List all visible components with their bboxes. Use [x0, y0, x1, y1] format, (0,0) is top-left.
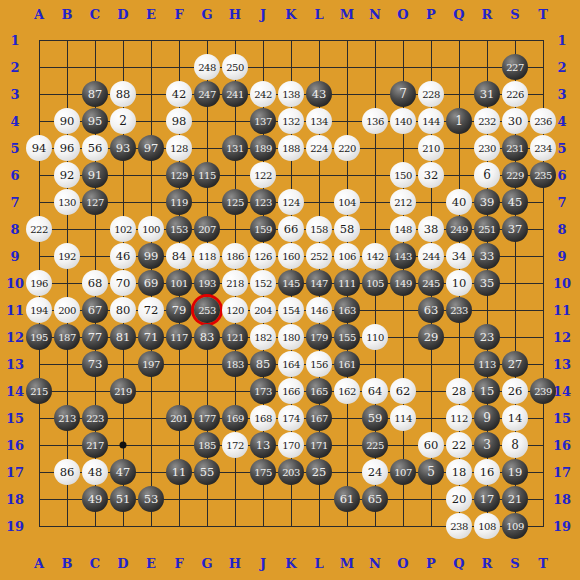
stone-R6[interactable]: 6 [474, 162, 500, 188]
stone-C17[interactable]: 48 [82, 459, 108, 485]
row-label-left-12: 12 [6, 331, 24, 344]
column-label-top-K: K [285, 8, 296, 21]
stone-H7[interactable]: 125 [222, 189, 248, 215]
row-label-right-16: 16 [553, 439, 571, 452]
stone-R16[interactable]: 3 [474, 432, 500, 458]
column-label-top-B: B [62, 8, 73, 21]
stone-T5[interactable]: 234 [530, 135, 556, 161]
stone-L4[interactable]: 134 [306, 108, 332, 134]
stone-B5[interactable]: 96 [54, 135, 80, 161]
column-label-bottom-K: K [285, 557, 296, 570]
stone-C10[interactable]: 68 [82, 270, 108, 296]
stone-D11[interactable]: 80 [110, 297, 136, 323]
stone-S5[interactable]: 231 [502, 135, 528, 161]
stone-T14[interactable]: 239 [530, 378, 556, 404]
stone-R14[interactable]: 15 [474, 378, 500, 404]
stone-N10[interactable]: 105 [362, 270, 388, 296]
stone-K17[interactable]: 203 [278, 459, 304, 485]
stone-L9[interactable]: 252 [306, 243, 332, 269]
stone-Q19[interactable]: 238 [446, 513, 472, 539]
stone-M10[interactable]: 111 [334, 270, 360, 296]
stone-R12[interactable]: 23 [474, 324, 500, 350]
column-label-bottom-P: P [426, 557, 436, 570]
column-label-bottom-M: M [340, 557, 354, 570]
stone-B9[interactable]: 192 [54, 243, 80, 269]
stone-J4[interactable]: 137 [250, 108, 276, 134]
stone-R19[interactable]: 108 [474, 513, 500, 539]
stone-R7[interactable]: 39 [474, 189, 500, 215]
row-label-left-3: 3 [10, 88, 19, 101]
stone-J5[interactable]: 189 [250, 135, 276, 161]
row-label-left-6: 6 [10, 169, 19, 182]
stone-K7[interactable]: 124 [278, 189, 304, 215]
stone-Q16[interactable]: 22 [446, 432, 472, 458]
stone-S19[interactable]: 109 [502, 513, 528, 539]
stone-K13[interactable]: 164 [278, 351, 304, 377]
column-label-top-S: S [510, 8, 519, 21]
stone-C3[interactable]: 87 [82, 81, 108, 107]
stone-J7[interactable]: 123 [250, 189, 276, 215]
stone-S14[interactable]: 26 [502, 378, 528, 404]
stone-S15[interactable]: 14 [502, 405, 528, 431]
stone-L12[interactable]: 179 [306, 324, 332, 350]
stone-L14[interactable]: 165 [306, 378, 332, 404]
stone-K5[interactable]: 188 [278, 135, 304, 161]
row-label-right-7: 7 [557, 196, 566, 209]
stone-P3[interactable]: 228 [418, 81, 444, 107]
stone-R15[interactable]: 9 [474, 405, 500, 431]
row-label-left-19: 19 [6, 520, 24, 533]
stone-H9[interactable]: 186 [222, 243, 248, 269]
column-label-top-P: P [426, 8, 436, 21]
stone-P5[interactable]: 210 [418, 135, 444, 161]
row-label-left-13: 13 [6, 358, 24, 371]
column-label-top-Q: Q [453, 8, 464, 21]
stone-P4[interactable]: 144 [418, 108, 444, 134]
stone-C4[interactable]: 95 [82, 108, 108, 134]
stone-F7[interactable]: 119 [166, 189, 192, 215]
stone-J16[interactable]: 13 [250, 432, 276, 458]
stone-S13[interactable]: 27 [502, 351, 528, 377]
stone-Q4[interactable]: 1 [446, 108, 472, 134]
stone-L5[interactable]: 224 [306, 135, 332, 161]
stone-P12[interactable]: 29 [418, 324, 444, 350]
row-label-right-3: 3 [557, 88, 566, 101]
row-label-right-10: 10 [553, 277, 571, 290]
stone-G16[interactable]: 185 [194, 432, 220, 458]
stone-N4[interactable]: 136 [362, 108, 388, 134]
stone-P9[interactable]: 244 [418, 243, 444, 269]
row-label-right-9: 9 [557, 250, 566, 263]
stone-R13[interactable]: 113 [474, 351, 500, 377]
stone-L16[interactable]: 171 [306, 432, 332, 458]
column-label-bottom-J: J [260, 557, 266, 570]
row-label-left-5: 5 [10, 142, 19, 155]
column-label-top-D: D [117, 8, 128, 21]
stone-N16[interactable]: 225 [362, 432, 388, 458]
stone-S4[interactable]: 30 [502, 108, 528, 134]
row-label-right-4: 4 [557, 115, 566, 128]
column-label-top-A: A [34, 8, 44, 21]
stone-N12[interactable]: 110 [362, 324, 388, 350]
stone-J17[interactable]: 175 [250, 459, 276, 485]
stone-B11[interactable]: 200 [54, 297, 80, 323]
stone-J8[interactable]: 159 [250, 216, 276, 242]
stone-N18[interactable]: 65 [362, 486, 388, 512]
stone-C16[interactable]: 217 [82, 432, 108, 458]
column-label-bottom-A: A [34, 557, 44, 570]
row-label-right-5: 5 [557, 142, 566, 155]
stone-G3[interactable]: 247 [194, 81, 220, 107]
stone-R17[interactable]: 16 [474, 459, 500, 485]
stone-E5[interactable]: 97 [138, 135, 164, 161]
stone-B15[interactable]: 213 [54, 405, 80, 431]
stone-G17[interactable]: 55 [194, 459, 220, 485]
stone-L17[interactable]: 25 [306, 459, 332, 485]
stone-H11[interactable]: 120 [222, 297, 248, 323]
stone-K11[interactable]: 154 [278, 297, 304, 323]
stone-H2[interactable]: 250 [222, 54, 248, 80]
stone-K12[interactable]: 180 [278, 324, 304, 350]
stone-F11[interactable]: 79 [166, 297, 192, 323]
stone-O10[interactable]: 149 [390, 270, 416, 296]
stone-D12[interactable]: 81 [110, 324, 136, 350]
stone-Q11[interactable]: 233 [446, 297, 472, 323]
stone-E12[interactable]: 71 [138, 324, 164, 350]
stone-O6[interactable]: 150 [390, 162, 416, 188]
stone-Q7[interactable]: 40 [446, 189, 472, 215]
stone-O3[interactable]: 7 [390, 81, 416, 107]
stone-F15[interactable]: 201 [166, 405, 192, 431]
stone-J13[interactable]: 85 [250, 351, 276, 377]
row-label-left-10: 10 [6, 277, 24, 290]
stone-G2[interactable]: 248 [194, 54, 220, 80]
stone-C18[interactable]: 49 [82, 486, 108, 512]
stone-D5[interactable]: 93 [110, 135, 136, 161]
row-label-right-1: 1 [557, 34, 566, 47]
stone-K16[interactable]: 170 [278, 432, 304, 458]
stone-B12[interactable]: 187 [54, 324, 80, 350]
stone-D9[interactable]: 46 [110, 243, 136, 269]
row-label-left-4: 4 [10, 115, 19, 128]
stone-J3[interactable]: 242 [250, 81, 276, 107]
stone-E9[interactable]: 99 [138, 243, 164, 269]
stone-F9[interactable]: 84 [166, 243, 192, 269]
stone-E13[interactable]: 197 [138, 351, 164, 377]
stone-F12[interactable]: 117 [166, 324, 192, 350]
row-label-right-12: 12 [553, 331, 571, 344]
column-label-bottom-E: E [146, 557, 156, 570]
stone-Q8[interactable]: 249 [446, 216, 472, 242]
stone-C11[interactable]: 67 [82, 297, 108, 323]
stone-J9[interactable]: 126 [250, 243, 276, 269]
stone-K14[interactable]: 166 [278, 378, 304, 404]
stone-S17[interactable]: 19 [502, 459, 528, 485]
stone-H13[interactable]: 183 [222, 351, 248, 377]
stone-Q17[interactable]: 18 [446, 459, 472, 485]
row-label-right-2: 2 [557, 61, 566, 74]
stone-G10[interactable]: 193 [194, 270, 220, 296]
column-label-bottom-H: H [229, 557, 241, 570]
stone-M14[interactable]: 162 [334, 378, 360, 404]
stone-G6[interactable]: 115 [194, 162, 220, 188]
row-label-left-14: 14 [6, 385, 24, 398]
stone-L8[interactable]: 158 [306, 216, 332, 242]
stone-R4[interactable]: 232 [474, 108, 500, 134]
column-label-top-E: E [146, 8, 156, 21]
row-label-right-18: 18 [553, 493, 571, 506]
stone-F17[interactable]: 11 [166, 459, 192, 485]
stone-C15[interactable]: 223 [82, 405, 108, 431]
stone-A11[interactable]: 194 [26, 297, 52, 323]
stone-E8[interactable]: 100 [138, 216, 164, 242]
row-label-left-1: 1 [10, 34, 19, 47]
stone-R18[interactable]: 17 [474, 486, 500, 512]
stone-R8[interactable]: 251 [474, 216, 500, 242]
column-label-bottom-S: S [510, 557, 519, 570]
stone-F3[interactable]: 42 [166, 81, 192, 107]
stone-D10[interactable]: 70 [110, 270, 136, 296]
stone-B17[interactable]: 86 [54, 459, 80, 485]
stone-M11[interactable]: 163 [334, 297, 360, 323]
star-point-D16 [120, 442, 127, 449]
stone-F6[interactable]: 129 [166, 162, 192, 188]
row-label-left-8: 8 [10, 223, 19, 236]
stone-T6[interactable]: 235 [530, 162, 556, 188]
stone-O7[interactable]: 212 [390, 189, 416, 215]
stone-L3[interactable]: 43 [306, 81, 332, 107]
stone-C7[interactable]: 127 [82, 189, 108, 215]
stone-O8[interactable]: 148 [390, 216, 416, 242]
stone-L15[interactable]: 167 [306, 405, 332, 431]
stone-M5[interactable]: 220 [334, 135, 360, 161]
stone-J10[interactable]: 152 [250, 270, 276, 296]
column-label-bottom-Q: Q [453, 557, 464, 570]
stone-M13[interactable]: 161 [334, 351, 360, 377]
stone-G12[interactable]: 83 [194, 324, 220, 350]
stone-O4[interactable]: 140 [390, 108, 416, 134]
stone-P16[interactable]: 60 [418, 432, 444, 458]
row-label-left-18: 18 [6, 493, 24, 506]
column-label-bottom-N: N [369, 557, 381, 570]
row-label-left-17: 17 [6, 466, 24, 479]
column-label-top-R: R [482, 8, 493, 21]
row-label-left-16: 16 [6, 439, 24, 452]
column-label-top-G: G [201, 8, 212, 21]
row-label-right-19: 19 [553, 520, 571, 533]
stone-J14[interactable]: 173 [250, 378, 276, 404]
stone-D18[interactable]: 51 [110, 486, 136, 512]
column-label-top-F: F [174, 8, 183, 21]
column-label-top-T: T [538, 8, 548, 21]
row-label-right-15: 15 [553, 412, 571, 425]
stone-H10[interactable]: 218 [222, 270, 248, 296]
stone-R10[interactable]: 35 [474, 270, 500, 296]
column-label-bottom-B: B [62, 557, 73, 570]
stone-L10[interactable]: 147 [306, 270, 332, 296]
stone-S3[interactable]: 226 [502, 81, 528, 107]
stone-J15[interactable]: 168 [250, 405, 276, 431]
stone-F8[interactable]: 153 [166, 216, 192, 242]
stone-M18[interactable]: 61 [334, 486, 360, 512]
stone-B4[interactable]: 90 [54, 108, 80, 134]
column-label-top-N: N [369, 8, 381, 21]
column-label-bottom-G: G [201, 557, 212, 570]
row-label-left-7: 7 [10, 196, 19, 209]
stone-M9[interactable]: 106 [334, 243, 360, 269]
stone-S16[interactable]: 8 [502, 432, 528, 458]
stone-P8[interactable]: 38 [418, 216, 444, 242]
stone-J6[interactable]: 122 [250, 162, 276, 188]
stone-A14[interactable]: 215 [26, 378, 52, 404]
stone-D8[interactable]: 102 [110, 216, 136, 242]
stone-S18[interactable]: 21 [502, 486, 528, 512]
stone-K8[interactable]: 66 [278, 216, 304, 242]
row-label-right-11: 11 [553, 304, 571, 317]
column-label-bottom-T: T [538, 557, 548, 570]
row-label-right-17: 17 [553, 466, 571, 479]
column-label-bottom-F: F [174, 557, 183, 570]
stone-S8[interactable]: 37 [502, 216, 528, 242]
stone-A12[interactable]: 195 [26, 324, 52, 350]
column-label-top-M: M [340, 8, 354, 21]
column-label-top-L: L [314, 8, 323, 21]
stone-G15[interactable]: 177 [194, 405, 220, 431]
stone-K15[interactable]: 174 [278, 405, 304, 431]
stone-Q15[interactable]: 112 [446, 405, 472, 431]
stone-G9[interactable]: 118 [194, 243, 220, 269]
stone-Q9[interactable]: 34 [446, 243, 472, 269]
stone-D17[interactable]: 47 [110, 459, 136, 485]
stone-C6[interactable]: 91 [82, 162, 108, 188]
stone-P6[interactable]: 32 [418, 162, 444, 188]
column-label-bottom-C: C [90, 557, 100, 570]
stone-F5[interactable]: 128 [166, 135, 192, 161]
stone-G11-last-move[interactable]: 253 [194, 297, 220, 323]
stone-K10[interactable]: 145 [278, 270, 304, 296]
stone-Q14[interactable]: 28 [446, 378, 472, 404]
stone-E18[interactable]: 53 [138, 486, 164, 512]
stone-L13[interactable]: 156 [306, 351, 332, 377]
stone-D14[interactable]: 219 [110, 378, 136, 404]
stone-A10[interactable]: 196 [26, 270, 52, 296]
stone-F10[interactable]: 101 [166, 270, 192, 296]
column-label-bottom-O: O [397, 557, 408, 570]
stone-C5[interactable]: 56 [82, 135, 108, 161]
stone-H16[interactable]: 172 [222, 432, 248, 458]
stone-O17[interactable]: 107 [390, 459, 416, 485]
stone-A5[interactable]: 94 [26, 135, 52, 161]
stone-P11[interactable]: 63 [418, 297, 444, 323]
stone-A8[interactable]: 222 [26, 216, 52, 242]
column-label-top-C: C [90, 8, 100, 21]
stone-L11[interactable]: 146 [306, 297, 332, 323]
stone-B7[interactable]: 130 [54, 189, 80, 215]
stone-H3[interactable]: 241 [222, 81, 248, 107]
stone-Q18[interactable]: 20 [446, 486, 472, 512]
stone-N14[interactable]: 64 [362, 378, 388, 404]
stone-G8[interactable]: 207 [194, 216, 220, 242]
stone-K9[interactable]: 160 [278, 243, 304, 269]
stone-P17[interactable]: 5 [418, 459, 444, 485]
row-label-right-6: 6 [557, 169, 566, 182]
stone-O15[interactable]: 114 [390, 405, 416, 431]
row-label-left-9: 9 [10, 250, 19, 263]
stone-Q10[interactable]: 10 [446, 270, 472, 296]
stone-H5[interactable]: 131 [222, 135, 248, 161]
stone-R5[interactable]: 230 [474, 135, 500, 161]
stone-N17[interactable]: 24 [362, 459, 388, 485]
stone-R3[interactable]: 31 [474, 81, 500, 107]
row-label-left-11: 11 [6, 304, 24, 317]
stone-O9[interactable]: 143 [390, 243, 416, 269]
column-label-top-O: O [397, 8, 408, 21]
stone-H12[interactable]: 121 [222, 324, 248, 350]
stone-J11[interactable]: 204 [250, 297, 276, 323]
stone-J12[interactable]: 182 [250, 324, 276, 350]
stone-R9[interactable]: 33 [474, 243, 500, 269]
stone-S2[interactable]: 227 [502, 54, 528, 80]
column-label-top-J: J [260, 8, 266, 21]
stone-H15[interactable]: 169 [222, 405, 248, 431]
row-label-left-2: 2 [10, 61, 19, 74]
stone-D4[interactable]: 2 [110, 108, 136, 134]
stone-E11[interactable]: 72 [138, 297, 164, 323]
stone-S7[interactable]: 45 [502, 189, 528, 215]
stone-M7[interactable]: 104 [334, 189, 360, 215]
stone-K4[interactable]: 132 [278, 108, 304, 134]
row-label-right-8: 8 [557, 223, 566, 236]
stone-N9[interactable]: 142 [362, 243, 388, 269]
stone-P10[interactable]: 245 [418, 270, 444, 296]
stone-D3[interactable]: 88 [110, 81, 136, 107]
stone-T4[interactable]: 236 [530, 108, 556, 134]
stone-S6[interactable]: 229 [502, 162, 528, 188]
column-label-bottom-R: R [482, 557, 493, 570]
column-label-top-H: H [229, 8, 241, 21]
stone-F4[interactable]: 98 [166, 108, 192, 134]
column-label-bottom-L: L [314, 557, 323, 570]
stone-B6[interactable]: 92 [54, 162, 80, 188]
stone-N15[interactable]: 59 [362, 405, 388, 431]
stone-O14[interactable]: 62 [390, 378, 416, 404]
column-label-bottom-D: D [117, 557, 128, 570]
row-label-right-13: 13 [553, 358, 571, 371]
go-board: AABBCCDDEEFFGGHHJJKKLLMMNNOOPPQQRRSSTT11… [0, 0, 580, 580]
stone-E10[interactable]: 69 [138, 270, 164, 296]
stone-C12[interactable]: 77 [82, 324, 108, 350]
stone-K3[interactable]: 138 [278, 81, 304, 107]
stone-C13[interactable]: 73 [82, 351, 108, 377]
stone-M12[interactable]: 155 [334, 324, 360, 350]
stone-M8[interactable]: 58 [334, 216, 360, 242]
row-label-left-15: 15 [6, 412, 24, 425]
